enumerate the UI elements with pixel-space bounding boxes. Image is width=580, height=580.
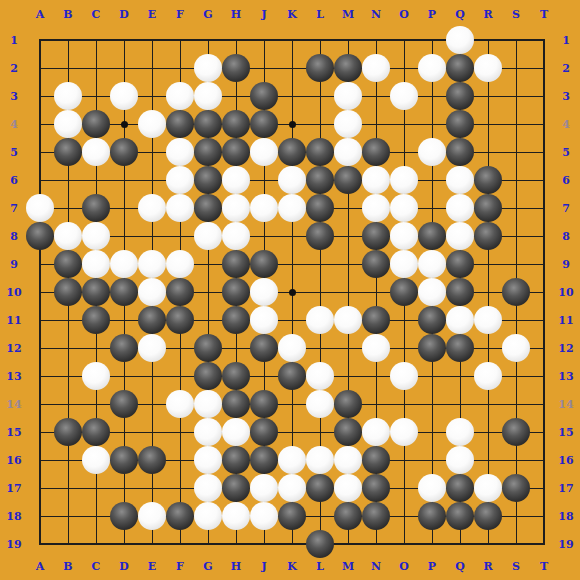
stone-black-J9[interactable] [250,250,278,278]
coordinate-label-top-K: K [287,8,297,21]
coordinate-label-bottom-M: M [342,560,354,573]
stone-white-B8[interactable] [54,222,82,250]
stone-white-K12[interactable] [278,334,306,362]
coordinate-label-top-J: J [261,8,266,21]
stone-black-J12[interactable] [250,334,278,362]
stone-black-F10[interactable] [166,278,194,306]
coordinate-label-top-B: B [63,8,72,21]
stone-white-G3[interactable] [194,82,222,110]
coordinate-label-right-7: 7 [562,202,570,215]
stone-white-M17[interactable] [334,474,362,502]
stone-black-B15[interactable] [54,418,82,446]
stone-white-K16[interactable] [278,446,306,474]
coordinate-label-left-8: 8 [10,230,18,243]
stone-black-H14[interactable] [222,390,250,418]
stone-black-L7[interactable] [306,194,334,222]
stone-white-G2[interactable] [194,54,222,82]
coordinate-label-left-10: 10 [6,286,21,299]
stone-white-G8[interactable] [194,222,222,250]
coordinate-label-left-15: 15 [6,426,21,439]
stone-black-F18[interactable] [166,502,194,530]
stone-white-G18[interactable] [194,502,222,530]
stone-black-C10[interactable] [82,278,110,306]
stone-white-F5[interactable] [166,138,194,166]
stone-black-Q10[interactable] [446,278,474,306]
stone-white-E10[interactable] [138,278,166,306]
stone-black-N9[interactable] [362,250,390,278]
stone-white-O7[interactable] [390,194,418,222]
stone-black-B5[interactable] [54,138,82,166]
stone-black-J3[interactable] [250,82,278,110]
coordinate-label-left-9: 9 [10,258,18,271]
go-board[interactable]: AA11BB22CC33DD44EE55FF66GG77HH88JJ99KK10… [0,0,580,580]
stone-white-P5[interactable] [418,138,446,166]
stone-black-Q9[interactable] [446,250,474,278]
stone-black-C7[interactable] [82,194,110,222]
stone-black-P12[interactable] [418,334,446,362]
stone-black-Q4[interactable] [446,110,474,138]
coordinate-label-left-5: 5 [10,146,18,159]
coordinate-label-right-1: 1 [562,34,570,47]
coordinate-label-bottom-E: E [148,560,156,573]
stone-black-M18[interactable] [334,502,362,530]
stone-white-N2[interactable] [362,54,390,82]
coordinate-label-bottom-D: D [119,560,129,573]
stone-black-K5[interactable] [278,138,306,166]
stone-black-M6[interactable] [334,166,362,194]
stone-black-Q5[interactable] [446,138,474,166]
stone-white-C9[interactable] [82,250,110,278]
coordinate-label-top-A: A [36,8,45,21]
coordinate-label-top-T: T [540,8,548,21]
stone-black-H13[interactable] [222,362,250,390]
stone-white-O3[interactable] [390,82,418,110]
coordinate-label-right-14: 14 [558,398,573,411]
stone-white-E9[interactable] [138,250,166,278]
coordinate-label-top-N: N [371,8,381,21]
coordinate-label-left-2: 2 [10,62,18,75]
stone-white-O9[interactable] [390,250,418,278]
stone-black-G5[interactable] [194,138,222,166]
stone-white-B3[interactable] [54,82,82,110]
stone-black-M14[interactable] [334,390,362,418]
stone-black-L8[interactable] [306,222,334,250]
stone-white-E7[interactable] [138,194,166,222]
stone-white-O13[interactable] [390,362,418,390]
stone-white-G14[interactable] [194,390,222,418]
coordinate-label-top-R: R [483,8,492,21]
coordinate-label-top-P: P [428,8,436,21]
stone-black-N8[interactable] [362,222,390,250]
stone-black-L19[interactable] [306,530,334,558]
stone-black-J16[interactable] [250,446,278,474]
stone-black-S15[interactable] [502,418,530,446]
stone-white-B4[interactable] [54,110,82,138]
stone-white-C5[interactable] [82,138,110,166]
stone-black-Q17[interactable] [446,474,474,502]
stone-black-A8[interactable] [26,222,54,250]
coordinate-label-bottom-R: R [483,560,492,573]
stone-black-H4[interactable] [222,110,250,138]
stone-white-F7[interactable] [166,194,194,222]
stone-white-R2[interactable] [474,54,502,82]
star-point-K4 [289,121,296,128]
stone-white-K7[interactable] [278,194,306,222]
stone-white-H7[interactable] [222,194,250,222]
stone-white-M5[interactable] [334,138,362,166]
coordinate-label-top-C: C [92,8,101,21]
stone-black-J14[interactable] [250,390,278,418]
stone-black-C15[interactable] [82,418,110,446]
stone-white-J17[interactable] [250,474,278,502]
stone-black-F4[interactable] [166,110,194,138]
stone-black-N18[interactable] [362,502,390,530]
stone-white-R13[interactable] [474,362,502,390]
coordinate-label-top-G: G [203,8,212,21]
coordinate-label-right-5: 5 [562,146,570,159]
coordinate-label-left-4: 4 [10,118,18,131]
stone-white-P2[interactable] [418,54,446,82]
coordinate-label-left-18: 18 [6,510,21,523]
stone-white-O8[interactable] [390,222,418,250]
stone-black-L17[interactable] [306,474,334,502]
stone-black-D12[interactable] [110,334,138,362]
stone-white-K6[interactable] [278,166,306,194]
stone-black-Q18[interactable] [446,502,474,530]
stone-black-P8[interactable] [418,222,446,250]
stone-black-G7[interactable] [194,194,222,222]
stone-black-Q12[interactable] [446,334,474,362]
coordinate-label-bottom-K: K [287,560,297,573]
coordinate-label-left-11: 11 [6,314,21,327]
stone-white-Q6[interactable] [446,166,474,194]
coordinate-label-left-3: 3 [10,90,18,103]
coordinate-label-top-L: L [316,8,324,21]
stone-black-D10[interactable] [110,278,138,306]
stone-black-G4[interactable] [194,110,222,138]
stone-white-Q11[interactable] [446,306,474,334]
stone-black-C11[interactable] [82,306,110,334]
coordinate-label-top-M: M [342,8,354,21]
coordinate-label-bottom-P: P [428,560,436,573]
stone-black-R18[interactable] [474,502,502,530]
stone-white-P10[interactable] [418,278,446,306]
stone-black-P18[interactable] [418,502,446,530]
stone-black-H16[interactable] [222,446,250,474]
stone-white-Q16[interactable] [446,446,474,474]
stone-white-F9[interactable] [166,250,194,278]
coordinate-label-right-10: 10 [558,286,573,299]
star-point-K10 [289,289,296,296]
stone-white-G17[interactable] [194,474,222,502]
stone-white-R11[interactable] [474,306,502,334]
stone-white-Q7[interactable] [446,194,474,222]
stone-white-N12[interactable] [362,334,390,362]
stone-white-Q8[interactable] [446,222,474,250]
coordinate-label-bottom-A: A [36,560,45,573]
stone-white-A7[interactable] [26,194,54,222]
coordinate-label-left-6: 6 [10,174,18,187]
coordinate-label-bottom-H: H [231,560,241,573]
star-point-D4 [121,121,128,128]
coordinate-label-bottom-G: G [203,560,212,573]
stone-white-D9[interactable] [110,250,138,278]
stone-white-Q15[interactable] [446,418,474,446]
stone-white-H18[interactable] [222,502,250,530]
coordinate-label-right-13: 13 [558,370,573,383]
stone-black-B9[interactable] [54,250,82,278]
stone-white-M16[interactable] [334,446,362,474]
stone-black-J4[interactable] [250,110,278,138]
coordinate-label-top-O: O [399,8,409,21]
coordinate-label-bottom-B: B [63,560,72,573]
coordinate-label-left-14: 14 [6,398,21,411]
stone-white-K17[interactable] [278,474,306,502]
stone-black-K13[interactable] [278,362,306,390]
stone-white-G15[interactable] [194,418,222,446]
coordinate-label-top-S: S [512,8,520,21]
stone-white-J18[interactable] [250,502,278,530]
stone-black-E16[interactable] [138,446,166,474]
stone-white-C16[interactable] [82,446,110,474]
stone-white-H6[interactable] [222,166,250,194]
stone-black-D18[interactable] [110,502,138,530]
coordinate-label-left-1: 1 [10,34,18,47]
coordinate-label-left-13: 13 [6,370,21,383]
stone-black-L6[interactable] [306,166,334,194]
stone-white-E12[interactable] [138,334,166,362]
stone-black-R6[interactable] [474,166,502,194]
stone-white-J10[interactable] [250,278,278,306]
stone-white-N15[interactable] [362,418,390,446]
coordinate-label-left-12: 12 [6,342,21,355]
coordinate-label-bottom-F: F [176,560,184,573]
stone-black-C4[interactable] [82,110,110,138]
stone-white-S12[interactable] [502,334,530,362]
stone-black-S10[interactable] [502,278,530,306]
stone-black-R7[interactable] [474,194,502,222]
stone-black-G6[interactable] [194,166,222,194]
stone-black-R8[interactable] [474,222,502,250]
stone-black-J15[interactable] [250,418,278,446]
coordinate-label-left-17: 17 [6,482,21,495]
coordinate-label-right-4: 4 [562,118,570,131]
stone-white-M11[interactable] [334,306,362,334]
stone-black-N5[interactable] [362,138,390,166]
coordinate-label-right-12: 12 [558,342,573,355]
stone-white-Q1[interactable] [446,26,474,54]
stone-white-R17[interactable] [474,474,502,502]
coordinate-label-bottom-Q: Q [455,560,465,573]
stone-white-N6[interactable] [362,166,390,194]
coordinate-label-top-F: F [176,8,184,21]
coordinate-label-top-D: D [119,8,129,21]
stone-white-E4[interactable] [138,110,166,138]
stone-white-L11[interactable] [306,306,334,334]
coordinate-label-right-2: 2 [562,62,570,75]
stone-black-H2[interactable] [222,54,250,82]
coordinate-label-right-18: 18 [558,510,573,523]
stone-white-L14[interactable] [306,390,334,418]
stone-black-G12[interactable] [194,334,222,362]
stone-black-K18[interactable] [278,502,306,530]
stone-black-H5[interactable] [222,138,250,166]
stone-black-F11[interactable] [166,306,194,334]
stone-black-Q3[interactable] [446,82,474,110]
coordinate-label-top-H: H [231,8,241,21]
coordinate-label-left-19: 19 [6,538,21,551]
stone-white-C13[interactable] [82,362,110,390]
coordinate-label-bottom-T: T [540,560,548,573]
stone-white-M3[interactable] [334,82,362,110]
stone-black-B10[interactable] [54,278,82,306]
stone-white-M4[interactable] [334,110,362,138]
stone-black-O10[interactable] [390,278,418,306]
stone-black-D14[interactable] [110,390,138,418]
coordinate-label-left-7: 7 [10,202,18,215]
coordinate-label-right-16: 16 [558,454,573,467]
stone-white-L16[interactable] [306,446,334,474]
stone-white-F14[interactable] [166,390,194,418]
stone-black-P11[interactable] [418,306,446,334]
stone-black-L2[interactable] [306,54,334,82]
coordinate-label-right-8: 8 [562,230,570,243]
stone-black-Q2[interactable] [446,54,474,82]
coordinate-label-right-6: 6 [562,174,570,187]
coordinate-label-right-19: 19 [558,538,573,551]
coordinate-label-bottom-S: S [512,560,520,573]
coordinate-label-bottom-N: N [371,560,381,573]
stone-black-L5[interactable] [306,138,334,166]
coordinate-label-left-16: 16 [6,454,21,467]
stone-white-N7[interactable] [362,194,390,222]
stone-black-H10[interactable] [222,278,250,306]
stone-white-G16[interactable] [194,446,222,474]
stone-black-N16[interactable] [362,446,390,474]
stone-black-H9[interactable] [222,250,250,278]
coordinate-label-right-3: 3 [562,90,570,103]
stone-black-N17[interactable] [362,474,390,502]
stone-white-L13[interactable] [306,362,334,390]
stone-white-O6[interactable] [390,166,418,194]
stone-black-S17[interactable] [502,474,530,502]
stone-black-G13[interactable] [194,362,222,390]
stone-white-P17[interactable] [418,474,446,502]
stone-white-C8[interactable] [82,222,110,250]
coordinate-label-bottom-C: C [92,560,101,573]
stone-black-H11[interactable] [222,306,250,334]
stone-white-F6[interactable] [166,166,194,194]
stone-white-D3[interactable] [110,82,138,110]
stone-black-M15[interactable] [334,418,362,446]
stone-white-J5[interactable] [250,138,278,166]
stone-black-H17[interactable] [222,474,250,502]
coordinate-label-right-15: 15 [558,426,573,439]
coordinate-label-top-Q: Q [455,8,465,21]
coordinate-label-top-E: E [148,8,156,21]
coordinate-label-bottom-J: J [261,560,266,573]
stone-white-J7[interactable] [250,194,278,222]
coordinate-label-right-9: 9 [562,258,570,271]
stone-white-F3[interactable] [166,82,194,110]
stone-black-M2[interactable] [334,54,362,82]
coordinate-label-right-11: 11 [558,314,573,327]
coordinate-label-bottom-O: O [399,560,409,573]
coordinate-label-right-17: 17 [558,482,573,495]
stone-black-D16[interactable] [110,446,138,474]
coordinate-label-bottom-L: L [316,560,324,573]
stone-black-N11[interactable] [362,306,390,334]
stone-white-H8[interactable] [222,222,250,250]
stone-white-P9[interactable] [418,250,446,278]
stone-white-J11[interactable] [250,306,278,334]
stone-white-E18[interactable] [138,502,166,530]
stone-black-E11[interactable] [138,306,166,334]
stone-black-D5[interactable] [110,138,138,166]
stone-white-H15[interactable] [222,418,250,446]
stone-white-O15[interactable] [390,418,418,446]
